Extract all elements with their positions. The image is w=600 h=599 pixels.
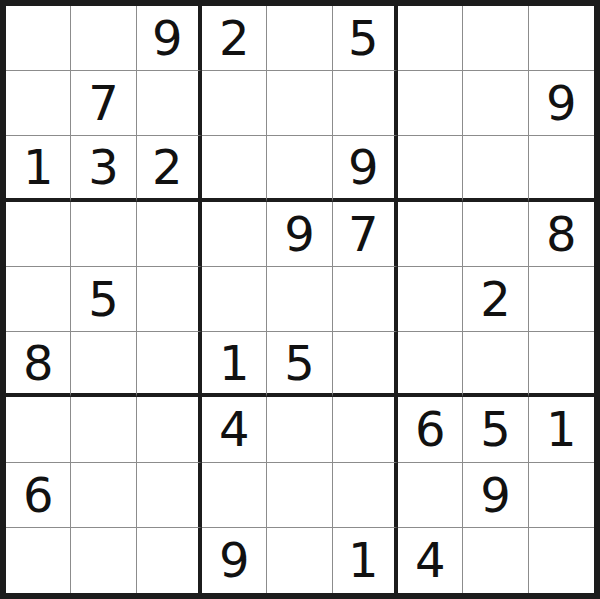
cell-r3c3-given-2[interactable]: 2 xyxy=(137,136,202,201)
cell-r4c8[interactable] xyxy=(463,202,528,267)
cell-r7c3[interactable] xyxy=(137,397,202,462)
cell-r2c5[interactable] xyxy=(267,71,332,136)
cell-r8c7[interactable] xyxy=(398,463,463,528)
cell-r3c7[interactable] xyxy=(398,136,463,201)
cell-r3c2-given-3[interactable]: 3 xyxy=(71,136,136,201)
cell-r1c2[interactable] xyxy=(71,6,136,71)
cell-r5c4[interactable] xyxy=(202,267,267,332)
cell-r5c3[interactable] xyxy=(137,267,202,332)
cell-r2c3[interactable] xyxy=(137,71,202,136)
cell-r4c2[interactable] xyxy=(71,202,136,267)
cell-r3c5[interactable] xyxy=(267,136,332,201)
cell-r5c2-given-5[interactable]: 5 xyxy=(71,267,136,332)
cell-r5c1[interactable] xyxy=(6,267,71,332)
cell-r4c6-given-7[interactable]: 7 xyxy=(333,202,398,267)
cell-r2c6[interactable] xyxy=(333,71,398,136)
cell-r6c6[interactable] xyxy=(333,332,398,397)
cell-r2c4[interactable] xyxy=(202,71,267,136)
cell-r5c9[interactable] xyxy=(529,267,594,332)
sudoku-board: 92579132997852815465169914 xyxy=(0,0,600,599)
cell-r6c2[interactable] xyxy=(71,332,136,397)
cell-r4c3[interactable] xyxy=(137,202,202,267)
cell-r6c8[interactable] xyxy=(463,332,528,397)
cell-r7c1[interactable] xyxy=(6,397,71,462)
cell-r4c7[interactable] xyxy=(398,202,463,267)
cell-r3c8[interactable] xyxy=(463,136,528,201)
cell-r2c9-given-9[interactable]: 9 xyxy=(529,71,594,136)
cell-r8c4[interactable] xyxy=(202,463,267,528)
cell-r6c3[interactable] xyxy=(137,332,202,397)
cell-r3c9[interactable] xyxy=(529,136,594,201)
cell-r7c7-given-6[interactable]: 6 xyxy=(398,397,463,462)
cell-r2c1[interactable] xyxy=(6,71,71,136)
cell-r3c4[interactable] xyxy=(202,136,267,201)
cell-r6c9[interactable] xyxy=(529,332,594,397)
cell-r4c9-given-8[interactable]: 8 xyxy=(529,202,594,267)
cell-r1c9[interactable] xyxy=(529,6,594,71)
cell-r5c7[interactable] xyxy=(398,267,463,332)
cell-r8c1-given-6[interactable]: 6 xyxy=(6,463,71,528)
cell-r1c8[interactable] xyxy=(463,6,528,71)
cell-r5c5[interactable] xyxy=(267,267,332,332)
cell-r8c8-given-9[interactable]: 9 xyxy=(463,463,528,528)
cell-r8c3[interactable] xyxy=(137,463,202,528)
cell-r1c6-given-5[interactable]: 5 xyxy=(333,6,398,71)
cell-r9c8[interactable] xyxy=(463,528,528,593)
cell-r4c5-given-9[interactable]: 9 xyxy=(267,202,332,267)
cell-r6c1-given-8[interactable]: 8 xyxy=(6,332,71,397)
cell-r6c7[interactable] xyxy=(398,332,463,397)
cell-r7c9-given-1[interactable]: 1 xyxy=(529,397,594,462)
cell-r9c1[interactable] xyxy=(6,528,71,593)
cell-r1c4-given-2[interactable]: 2 xyxy=(202,6,267,71)
cell-r7c8-given-5[interactable]: 5 xyxy=(463,397,528,462)
cell-r8c6[interactable] xyxy=(333,463,398,528)
cell-r9c4-given-9[interactable]: 9 xyxy=(202,528,267,593)
cell-r2c7[interactable] xyxy=(398,71,463,136)
cell-r9c3[interactable] xyxy=(137,528,202,593)
cell-r1c3-given-9[interactable]: 9 xyxy=(137,6,202,71)
cell-r3c6-given-9[interactable]: 9 xyxy=(333,136,398,201)
cell-r9c2[interactable] xyxy=(71,528,136,593)
cell-r2c8[interactable] xyxy=(463,71,528,136)
cell-r5c6[interactable] xyxy=(333,267,398,332)
cell-r1c5[interactable] xyxy=(267,6,332,71)
cell-r4c4[interactable] xyxy=(202,202,267,267)
cell-r8c5[interactable] xyxy=(267,463,332,528)
cell-r7c6[interactable] xyxy=(333,397,398,462)
cell-r8c2[interactable] xyxy=(71,463,136,528)
cell-r2c2-given-7[interactable]: 7 xyxy=(71,71,136,136)
cell-r8c9[interactable] xyxy=(529,463,594,528)
cell-r9c9[interactable] xyxy=(529,528,594,593)
cell-r9c7-given-4[interactable]: 4 xyxy=(398,528,463,593)
cell-r9c6-given-1[interactable]: 1 xyxy=(333,528,398,593)
cell-r1c7[interactable] xyxy=(398,6,463,71)
cell-r7c5[interactable] xyxy=(267,397,332,462)
cell-r1c1[interactable] xyxy=(6,6,71,71)
cell-r6c4-given-1[interactable]: 1 xyxy=(202,332,267,397)
cell-r7c4-given-4[interactable]: 4 xyxy=(202,397,267,462)
cell-r5c8-given-2[interactable]: 2 xyxy=(463,267,528,332)
cell-r3c1-given-1[interactable]: 1 xyxy=(6,136,71,201)
cell-r4c1[interactable] xyxy=(6,202,71,267)
cell-r6c5-given-5[interactable]: 5 xyxy=(267,332,332,397)
cell-r9c5[interactable] xyxy=(267,528,332,593)
cell-r7c2[interactable] xyxy=(71,397,136,462)
